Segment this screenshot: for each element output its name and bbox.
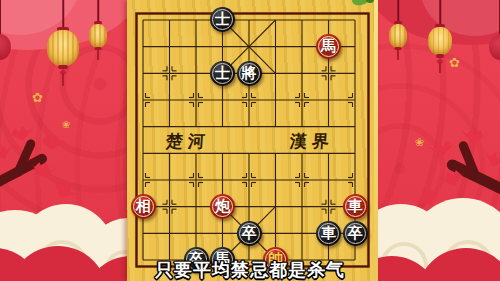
piece-red-chariot[interactable]: 車 (343, 194, 368, 219)
piece-black-advisor[interactable]: 士 (210, 7, 235, 32)
lantern-icon (89, 0, 107, 62)
gold-flower-icon: ✿ (449, 56, 460, 69)
lantern-icon (389, 0, 407, 62)
piece-glyph: 馬 (321, 39, 336, 54)
piece-black-chariot[interactable]: 車 (316, 221, 341, 246)
piece-black-soldier[interactable]: 卒 (343, 221, 368, 246)
piece-glyph: 士 (215, 66, 230, 81)
piece-black-advisor[interactable]: 士 (210, 61, 235, 86)
piece-glyph: 車 (321, 226, 336, 241)
piece-glyph: 相 (136, 199, 151, 214)
piece-black-soldier[interactable]: 卒 (237, 221, 262, 246)
piece-glyph: 炮 (215, 199, 230, 214)
piece-glyph: 將 (242, 66, 257, 81)
piece-red-horse[interactable]: 馬 (316, 34, 341, 59)
scene: ✿ ❀ ✿ ❀ 楚河 漢界 (0, 0, 500, 281)
piece-glyph: 士 (215, 12, 230, 27)
piece-glyph: 車 (348, 199, 363, 214)
piece-glyph: 卒 (242, 226, 257, 241)
piece-red-elephant[interactable]: 相 (131, 194, 156, 219)
piece-red-cannon[interactable]: 炮 (210, 194, 235, 219)
lantern-icon (47, 0, 79, 86)
board-side-edge (374, 0, 378, 281)
pieces-grid: 士馬士將相炮車卒車卒卒馬帥 (130, 7, 369, 274)
gold-flower-icon: ✿ (32, 91, 43, 104)
pine-branch (0, 128, 86, 213)
piece-glyph: 卒 (348, 226, 363, 241)
piece-black-general[interactable]: 將 (237, 61, 262, 86)
video-subtitle: 只要平均禁忌都是杀气 (0, 258, 500, 281)
